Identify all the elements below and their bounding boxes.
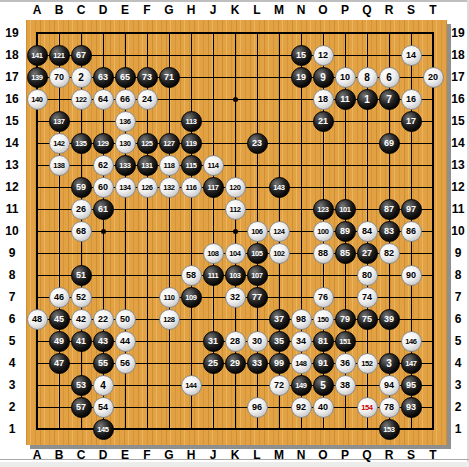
stone-p4: 36 <box>335 353 356 374</box>
stone-d1: 145 <box>93 419 114 440</box>
row-label-right-14: 14 <box>451 136 464 150</box>
col-label-bottom-s: S <box>407 448 415 462</box>
col-label-top-t: T <box>429 3 436 17</box>
stone-h8: 58 <box>181 265 202 286</box>
stone-h14: 119 <box>181 133 202 154</box>
stone-d2: 54 <box>93 397 114 418</box>
col-label-bottom-d: D <box>99 448 108 462</box>
stone-b17: 70 <box>49 67 70 88</box>
row-label-right-19: 19 <box>451 26 464 40</box>
row-label-right-13: 13 <box>451 158 464 172</box>
stone-m12: 143 <box>269 177 290 198</box>
row-label-right-9: 9 <box>455 246 462 260</box>
stone-e16: 66 <box>115 89 136 110</box>
stone-b13: 138 <box>49 155 70 176</box>
star-point <box>233 229 238 234</box>
stone-o4: 91 <box>313 353 334 374</box>
col-label-top-m: M <box>274 3 284 17</box>
stone-l8: 107 <box>247 265 268 286</box>
col-label-top-e: E <box>121 3 129 17</box>
stone-d14: 129 <box>93 133 114 154</box>
stone-p5: 151 <box>335 331 356 352</box>
col-label-top-b: B <box>55 3 64 17</box>
stone-d5: 43 <box>93 331 114 352</box>
stone-p10: 89 <box>335 221 356 242</box>
stone-c16: 122 <box>71 89 92 110</box>
row-label-right-2: 2 <box>455 400 462 414</box>
stone-b15: 137 <box>49 111 70 132</box>
stone-q7: 74 <box>357 287 378 308</box>
stone-q16: 1 <box>357 89 378 110</box>
stone-s5: 146 <box>401 331 422 352</box>
row-label-left-16: 16 <box>5 92 18 106</box>
stone-r10: 83 <box>379 221 400 242</box>
row-label-left-12: 12 <box>5 180 18 194</box>
stone-k11: 112 <box>225 199 246 220</box>
row-label-right-4: 4 <box>455 356 462 370</box>
stone-h15: 113 <box>181 111 202 132</box>
stone-d6: 22 <box>93 309 114 330</box>
stone-r4: 3 <box>379 353 400 374</box>
col-label-bottom-h: H <box>187 448 196 462</box>
stone-c12: 59 <box>71 177 92 198</box>
stone-l9: 105 <box>247 243 268 264</box>
stone-o2: 40 <box>313 397 334 418</box>
stone-e4: 56 <box>115 353 136 374</box>
stone-f16: 24 <box>137 89 158 110</box>
col-label-top-j: J <box>210 3 217 17</box>
stone-b5: 49 <box>49 331 70 352</box>
col-label-bottom-t: T <box>429 448 436 462</box>
col-label-bottom-g: G <box>164 448 173 462</box>
col-label-top-l: L <box>253 3 260 17</box>
row-label-left-13: 13 <box>5 158 18 172</box>
stone-s18: 14 <box>401 45 422 66</box>
stone-k4: 29 <box>225 353 246 374</box>
stone-o11: 123 <box>313 199 334 220</box>
stone-d11: 61 <box>93 199 114 220</box>
row-label-right-15: 15 <box>451 114 464 128</box>
col-label-bottom-f: F <box>143 448 150 462</box>
col-label-top-a: A <box>33 3 42 17</box>
stone-e13: 133 <box>115 155 136 176</box>
stone-c2: 57 <box>71 397 92 418</box>
stone-q2: 154 <box>357 397 378 418</box>
stone-n5: 34 <box>291 331 312 352</box>
stone-l2: 96 <box>247 397 268 418</box>
stone-r3: 94 <box>379 375 400 396</box>
stone-l7: 77 <box>247 287 268 308</box>
stone-c7: 52 <box>71 287 92 308</box>
stone-j13: 114 <box>203 155 224 176</box>
stone-o6: 150 <box>313 309 334 330</box>
stone-p9: 85 <box>335 243 356 264</box>
stone-n18: 15 <box>291 45 312 66</box>
col-label-bottom-e: E <box>121 448 129 462</box>
col-label-bottom-p: P <box>341 448 349 462</box>
stone-n3: 149 <box>291 375 312 396</box>
col-label-top-r: R <box>385 3 394 17</box>
stone-o9: 88 <box>313 243 334 264</box>
stone-c14: 135 <box>71 133 92 154</box>
stone-a18: 141 <box>27 45 48 66</box>
row-label-left-2: 2 <box>9 400 16 414</box>
stone-j12: 117 <box>203 177 224 198</box>
stone-q17: 8 <box>357 67 378 88</box>
stone-f13: 131 <box>137 155 158 176</box>
row-label-left-5: 5 <box>9 334 16 348</box>
stone-r14: 69 <box>379 133 400 154</box>
stone-j9: 108 <box>203 243 224 264</box>
stone-p3: 38 <box>335 375 356 396</box>
stone-d16: 64 <box>93 89 114 110</box>
stone-k12: 120 <box>225 177 246 198</box>
row-label-right-17: 17 <box>451 70 464 84</box>
stone-o16: 18 <box>313 89 334 110</box>
row-label-left-6: 6 <box>9 312 16 326</box>
col-label-bottom-j: J <box>210 448 217 462</box>
stone-a16: 140 <box>27 89 48 110</box>
stone-q9: 27 <box>357 243 378 264</box>
stone-c3: 53 <box>71 375 92 396</box>
stone-p11: 101 <box>335 199 356 220</box>
stone-s3: 95 <box>401 375 422 396</box>
stone-k9: 104 <box>225 243 246 264</box>
stone-s15: 17 <box>401 111 422 132</box>
window-bottom-border <box>0 462 469 467</box>
row-label-right-18: 18 <box>451 48 464 62</box>
row-label-left-18: 18 <box>5 48 18 62</box>
stone-s10: 86 <box>401 221 422 242</box>
col-label-bottom-o: O <box>318 448 327 462</box>
stone-e5: 44 <box>115 331 136 352</box>
stone-r17: 6 <box>379 67 400 88</box>
stone-c8: 51 <box>71 265 92 286</box>
stone-r11: 87 <box>379 199 400 220</box>
stone-j8: 111 <box>203 265 224 286</box>
col-label-top-q: Q <box>362 3 371 17</box>
stone-p16: 11 <box>335 89 356 110</box>
stone-c6: 42 <box>71 309 92 330</box>
row-label-left-11: 11 <box>6 202 19 216</box>
stone-r2: 78 <box>379 397 400 418</box>
stone-q6: 75 <box>357 309 378 330</box>
stone-q8: 80 <box>357 265 378 286</box>
stone-k8: 103 <box>225 265 246 286</box>
stone-m10: 124 <box>269 221 290 242</box>
row-label-left-10: 10 <box>5 224 18 238</box>
stone-g12: 132 <box>159 177 180 198</box>
stone-o7: 76 <box>313 287 334 308</box>
stone-l14: 23 <box>247 133 268 154</box>
stone-g6: 128 <box>159 309 180 330</box>
stone-p17: 10 <box>335 67 356 88</box>
window-top-edge <box>0 0 469 2</box>
col-label-top-p: P <box>341 3 349 17</box>
stone-s8: 90 <box>401 265 422 286</box>
stone-g13: 118 <box>159 155 180 176</box>
col-label-top-n: N <box>297 3 306 17</box>
col-label-top-h: H <box>187 3 196 17</box>
star-point <box>233 97 238 102</box>
col-label-bottom-a: A <box>33 448 42 462</box>
row-label-right-5: 5 <box>455 334 462 348</box>
col-label-bottom-k: K <box>231 448 240 462</box>
stone-f14: 125 <box>137 133 158 154</box>
stone-s2: 93 <box>401 397 422 418</box>
stone-e14: 130 <box>115 133 136 154</box>
stone-m3: 72 <box>269 375 290 396</box>
row-label-left-3: 3 <box>9 378 16 392</box>
stone-k5: 28 <box>225 331 246 352</box>
stone-n2: 92 <box>291 397 312 418</box>
col-label-top-s: S <box>407 3 415 17</box>
stone-b18: 121 <box>49 45 70 66</box>
stone-m4: 99 <box>269 353 290 374</box>
col-label-bottom-n: N <box>297 448 306 462</box>
stone-g14: 127 <box>159 133 180 154</box>
stone-l10: 106 <box>247 221 268 242</box>
stone-d4: 55 <box>93 353 114 374</box>
stone-b7: 46 <box>49 287 70 308</box>
stone-o15: 21 <box>313 111 334 132</box>
stone-r9: 82 <box>379 243 400 264</box>
stone-p6: 79 <box>335 309 356 330</box>
stone-l5: 30 <box>247 331 268 352</box>
col-label-top-k: K <box>231 3 240 17</box>
stone-c17: 2 <box>71 67 92 88</box>
go-game-record-viewer: AABBCCDDEEFFGGHHJJKKLLMMNNOOPPQQRRSSTT19… <box>0 0 469 467</box>
stone-o18: 12 <box>313 45 334 66</box>
stone-j5: 31 <box>203 331 224 352</box>
row-label-left-15: 15 <box>5 114 18 128</box>
stone-a17: 139 <box>27 67 48 88</box>
stone-g7: 110 <box>159 287 180 308</box>
stone-f12: 126 <box>137 177 158 198</box>
star-point <box>101 229 106 234</box>
col-label-bottom-b: B <box>55 448 64 462</box>
stone-q4: 152 <box>357 353 378 374</box>
stone-e15: 136 <box>115 111 136 132</box>
stone-q10: 84 <box>357 221 378 242</box>
stone-s11: 97 <box>401 199 422 220</box>
row-label-left-9: 9 <box>9 246 16 260</box>
stone-n17: 19 <box>291 67 312 88</box>
stone-b14: 142 <box>49 133 70 154</box>
stone-c11: 26 <box>71 199 92 220</box>
col-label-bottom-c: C <box>77 448 86 462</box>
stone-o3: 5 <box>313 375 334 396</box>
stone-h3: 144 <box>181 375 202 396</box>
stone-o10: 100 <box>313 221 334 242</box>
stone-c10: 68 <box>71 221 92 242</box>
col-label-top-c: C <box>77 3 86 17</box>
row-label-right-10: 10 <box>451 224 464 238</box>
stone-m5: 35 <box>269 331 290 352</box>
row-label-left-7: 7 <box>9 290 16 304</box>
stone-f17: 73 <box>137 67 158 88</box>
stone-r16: 7 <box>379 89 400 110</box>
stone-d3: 4 <box>93 375 114 396</box>
stone-n6: 98 <box>291 309 312 330</box>
stone-e12: 134 <box>115 177 136 198</box>
col-label-top-o: O <box>318 3 327 17</box>
stone-h13: 115 <box>181 155 202 176</box>
row-label-left-14: 14 <box>5 136 18 150</box>
stone-n4: 148 <box>291 353 312 374</box>
col-label-bottom-m: M <box>274 448 284 462</box>
stone-a6: 48 <box>27 309 48 330</box>
col-label-bottom-q: Q <box>362 448 371 462</box>
row-label-right-11: 11 <box>452 202 465 216</box>
stone-l4: 33 <box>247 353 268 374</box>
row-label-left-17: 17 <box>5 70 18 84</box>
row-label-right-3: 3 <box>455 378 462 392</box>
row-label-left-4: 4 <box>9 356 16 370</box>
stone-m9: 102 <box>269 243 290 264</box>
col-label-top-g: G <box>164 3 173 17</box>
col-label-bottom-r: R <box>385 448 394 462</box>
row-label-right-16: 16 <box>451 92 464 106</box>
stone-b4: 47 <box>49 353 70 374</box>
col-label-top-f: F <box>143 3 150 17</box>
stone-r1: 153 <box>379 419 400 440</box>
stone-d13: 62 <box>93 155 114 176</box>
stone-o5: 81 <box>313 331 334 352</box>
stone-o17: 9 <box>313 67 334 88</box>
stone-d12: 60 <box>93 177 114 198</box>
stone-t17: 20 <box>423 67 444 88</box>
row-label-right-8: 8 <box>455 268 462 282</box>
row-label-right-1: 1 <box>455 422 462 436</box>
stone-h7: 109 <box>181 287 202 308</box>
stone-s16: 16 <box>401 89 422 110</box>
row-label-left-19: 19 <box>5 26 18 40</box>
stone-r6: 39 <box>379 309 400 330</box>
row-label-right-6: 6 <box>455 312 462 326</box>
stone-g17: 71 <box>159 67 180 88</box>
stone-e6: 50 <box>115 309 136 330</box>
stone-b6: 45 <box>49 309 70 330</box>
stone-c18: 67 <box>71 45 92 66</box>
stone-j4: 25 <box>203 353 224 374</box>
row-label-right-7: 7 <box>455 290 462 304</box>
stone-e17: 65 <box>115 67 136 88</box>
stone-h12: 116 <box>181 177 202 198</box>
stone-d17: 63 <box>93 67 114 88</box>
col-label-top-d: D <box>99 3 108 17</box>
stone-s4: 147 <box>401 353 422 374</box>
row-label-left-8: 8 <box>9 268 16 282</box>
row-label-right-12: 12 <box>451 180 464 194</box>
col-label-bottom-l: L <box>253 448 260 462</box>
stone-c5: 41 <box>71 331 92 352</box>
row-label-left-1: 1 <box>9 422 16 436</box>
stone-m6: 37 <box>269 309 290 330</box>
stone-k7: 32 <box>225 287 246 308</box>
